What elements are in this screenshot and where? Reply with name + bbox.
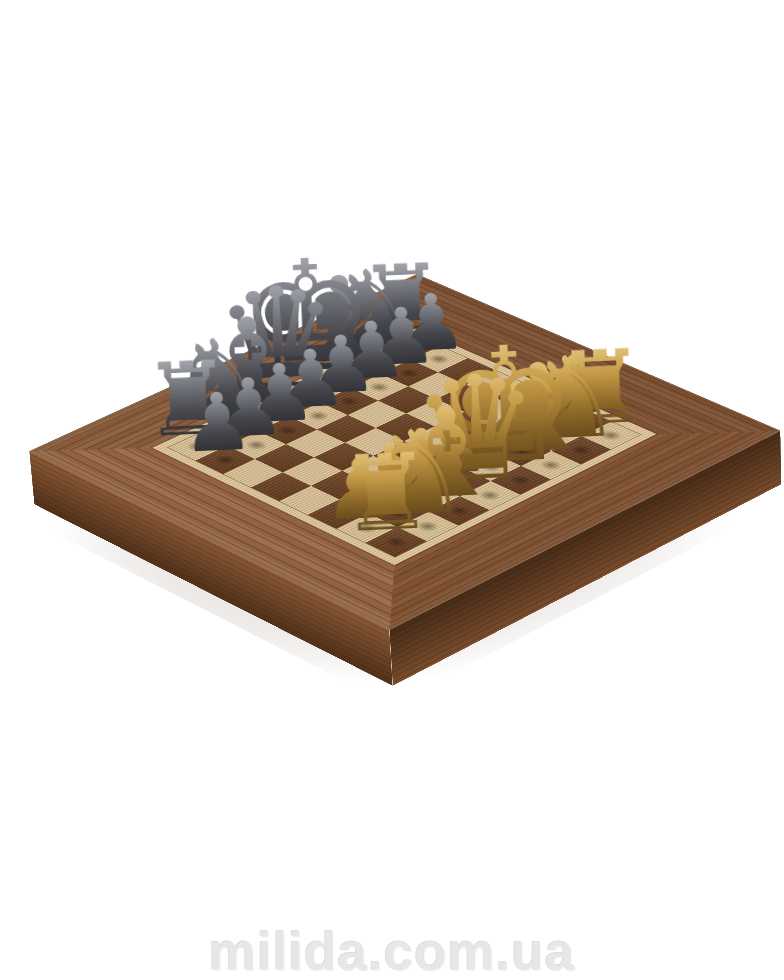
watermark: milida.com.ua xyxy=(0,921,784,980)
square-d3 xyxy=(402,454,462,482)
square-anchor-g1: ♞ xyxy=(551,436,610,464)
chess-board: ♜♞♟♝♟♚♟♛♟♝♟♞♟♟♜♟♟♜♟♟♞♟♝♟♚♟♛♟♝♟♞♜ xyxy=(29,274,780,630)
